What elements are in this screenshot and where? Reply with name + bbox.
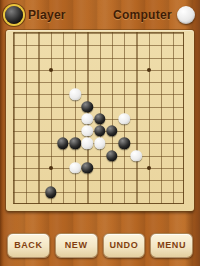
black-stone bbox=[106, 125, 117, 136]
black-stone bbox=[69, 138, 80, 149]
button-bar: BACK NEW UNDO MENU bbox=[0, 230, 200, 260]
black-stone bbox=[106, 150, 117, 161]
player-stone-icon bbox=[5, 6, 23, 24]
star-point bbox=[147, 166, 151, 170]
white-stone bbox=[118, 113, 129, 124]
computer-stone-icon bbox=[177, 6, 195, 24]
star-point bbox=[49, 166, 53, 170]
menu-button[interactable]: MENU bbox=[150, 233, 193, 258]
new-button[interactable]: NEW bbox=[55, 233, 98, 258]
white-stone bbox=[69, 162, 80, 173]
black-stone bbox=[57, 138, 68, 149]
computer-label: Computer bbox=[113, 8, 172, 22]
player-side: Player bbox=[5, 6, 66, 24]
computer-side: Computer bbox=[113, 6, 195, 24]
header: Player Computer bbox=[0, 0, 200, 30]
black-stone bbox=[45, 187, 56, 198]
black-stone bbox=[82, 162, 93, 173]
gomoku-app: Player Computer BACK NEW UNDO MENU bbox=[0, 0, 200, 266]
white-stone bbox=[131, 150, 142, 161]
star-point bbox=[147, 68, 151, 72]
undo-button[interactable]: UNDO bbox=[103, 233, 146, 258]
star-point bbox=[49, 68, 53, 72]
white-stone bbox=[69, 89, 80, 100]
white-stone bbox=[82, 138, 93, 149]
black-stone bbox=[94, 125, 105, 136]
gomoku-board[interactable] bbox=[6, 30, 194, 211]
white-stone bbox=[82, 113, 93, 124]
back-button[interactable]: BACK bbox=[7, 233, 50, 258]
player-label: Player bbox=[28, 8, 66, 22]
black-stone bbox=[82, 101, 93, 112]
black-stone bbox=[118, 138, 129, 149]
white-stone bbox=[94, 138, 105, 149]
board-grid bbox=[13, 32, 185, 204]
black-stone bbox=[94, 113, 105, 124]
white-stone bbox=[82, 125, 93, 136]
